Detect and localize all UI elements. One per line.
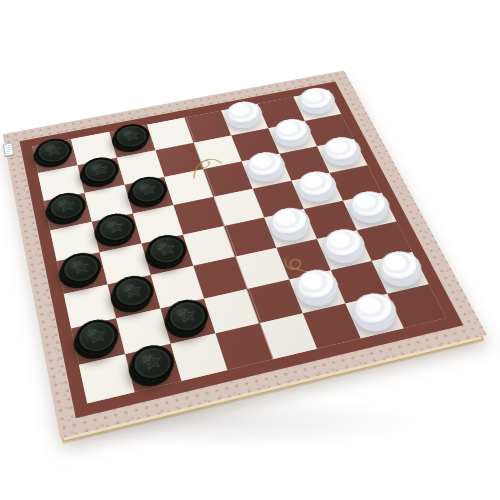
black-checker[interactable] bbox=[33, 136, 74, 167]
square-d2[interactable] bbox=[204, 289, 259, 333]
board-grid bbox=[32, 90, 446, 403]
board-frame bbox=[19, 82, 463, 419]
barcode-sticker bbox=[3, 143, 15, 157]
black-checker[interactable] bbox=[58, 250, 104, 288]
black-checker[interactable] bbox=[127, 341, 178, 385]
checkers-board bbox=[3, 70, 487, 438]
product-photo-scene bbox=[0, 0, 500, 500]
black-checker[interactable] bbox=[73, 316, 122, 358]
square-c4[interactable] bbox=[142, 235, 194, 275]
square-a6[interactable] bbox=[44, 193, 92, 231]
black-checker[interactable] bbox=[45, 190, 89, 224]
black-checker[interactable] bbox=[109, 272, 157, 311]
white-checker[interactable] bbox=[267, 205, 315, 240]
white-checker[interactable] bbox=[223, 99, 266, 128]
black-checker[interactable] bbox=[93, 210, 138, 245]
square-c2[interactable] bbox=[160, 299, 215, 344]
board-tilt-wrapper bbox=[3, 70, 487, 438]
square-h4[interactable] bbox=[343, 193, 396, 231]
white-checker[interactable] bbox=[296, 85, 339, 113]
square-f4[interactable] bbox=[264, 209, 317, 248]
black-checker[interactable] bbox=[111, 121, 153, 151]
